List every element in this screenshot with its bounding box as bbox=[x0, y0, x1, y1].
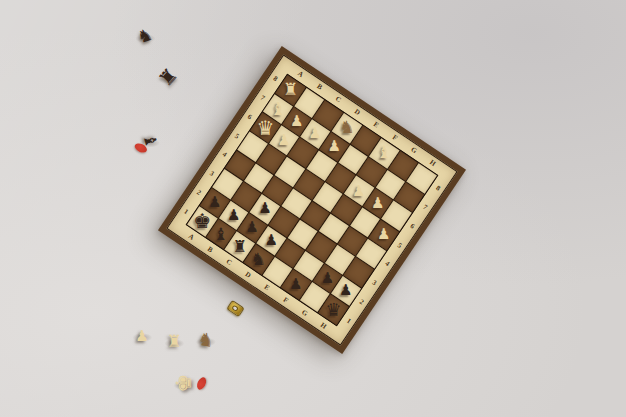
piece-black-pawn-c2[interactable]: ♟ bbox=[246, 221, 259, 236]
piece-black-pawn-a2[interactable]: ♟ bbox=[208, 195, 221, 210]
piece-white-pawn-b6[interactable]: ♟ bbox=[277, 133, 290, 148]
piece-white-pawn-f6[interactable]: ♟ bbox=[352, 183, 365, 198]
white-king-lying[interactable]: ♚ bbox=[175, 373, 194, 394]
piece-white-pawn-d7[interactable]: ♟ bbox=[327, 139, 340, 154]
white-knight-standing[interactable]: ♞ bbox=[198, 331, 214, 349]
piece-black-pawn-h2[interactable]: ♟ bbox=[339, 284, 352, 299]
piece-black-queen-h1[interactable]: ♛ bbox=[325, 301, 341, 319]
piece-black-knight-d1[interactable]: ♞ bbox=[251, 251, 266, 268]
piece-black-bishop-b1[interactable]: ♝ bbox=[213, 226, 228, 243]
piece-white-pawn-b7[interactable]: ♟ bbox=[290, 114, 303, 129]
piece-white-pawn-g6[interactable]: ♟ bbox=[371, 196, 384, 211]
piece-white-bishop-f8[interactable]: ♝ bbox=[377, 145, 392, 162]
piece-white-knight-d8[interactable]: ♞ bbox=[339, 119, 354, 136]
piece-black-pawn-f1[interactable]: ♟ bbox=[289, 277, 302, 292]
piece-black-king-a1[interactable]: ♚ bbox=[193, 212, 211, 232]
white-pawn-standing[interactable]: ♟ bbox=[135, 329, 148, 344]
white-rook-standing[interactable]: ♜ bbox=[166, 333, 181, 350]
black-rook-lying[interactable]: ♜ bbox=[159, 68, 176, 87]
piece-white-pawn-h5[interactable]: ♟ bbox=[377, 227, 390, 242]
piece-white-queen-a6[interactable]: ♛ bbox=[256, 118, 274, 138]
piece-black-pawn-b2[interactable]: ♟ bbox=[227, 208, 240, 223]
black-bishop-tipped[interactable]: ♝ bbox=[143, 133, 157, 149]
piece-black-rook-c1[interactable]: ♜ bbox=[232, 239, 246, 255]
piece-black-pawn-g2[interactable]: ♟ bbox=[321, 271, 334, 286]
piece-white-pawn-c7[interactable]: ♟ bbox=[309, 127, 322, 142]
black-knight-standing[interactable]: ♞ bbox=[137, 28, 152, 45]
piece-white-rook-a8[interactable]: ♜ bbox=[283, 82, 298, 99]
piece-black-pawn-d2[interactable]: ♟ bbox=[264, 233, 277, 248]
piece-black-pawn-c3[interactable]: ♟ bbox=[258, 202, 271, 217]
